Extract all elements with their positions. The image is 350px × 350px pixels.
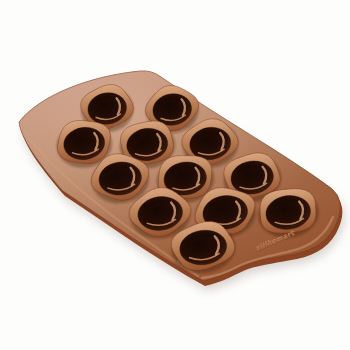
chocolate-mold-illustration: silikomart silikomart silikomart [0, 0, 350, 350]
product-photo: silikomart silikomart silikomart [0, 0, 350, 350]
